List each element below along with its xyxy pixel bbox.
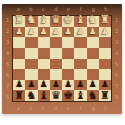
rank-label-right-1: 1 [113, 15, 120, 26]
file-label-bottom-b: b [25, 105, 38, 112]
square-b8[interactable]: ♞ [25, 90, 37, 101]
square-e6[interactable] [62, 69, 74, 80]
square-f2[interactable]: ♟ [74, 27, 86, 38]
square-g3[interactable] [87, 37, 99, 48]
white-rook-piece[interactable]: ♜ [100, 14, 110, 25]
rank-labels-right: 12345678 [113, 15, 120, 102]
chess-set-photo: abcdefgh abcdefgh 12345678 12345678 ♜♞♝♛… [0, 0, 125, 125]
square-b6[interactable] [25, 69, 37, 80]
chess-board: abcdefgh abcdefgh 12345678 12345678 ♜♞♝♛… [2, 4, 122, 114]
white-pawn-piece[interactable]: ♟ [64, 27, 72, 36]
file-label-bottom-c: c [37, 105, 50, 112]
playing-area: ♜♞♝♛♚♝♞♜♟♟♟♟♟♟♟♟♟♟♟♟♟♟♟♟♜♞♝♛♚♝♞♜ [12, 15, 112, 102]
square-a6[interactable] [13, 69, 25, 80]
square-c6[interactable] [38, 69, 50, 80]
rank-label-left-8: 8 [4, 91, 11, 102]
rank-label-right-2: 2 [113, 26, 120, 37]
white-pawn-piece[interactable]: ♟ [89, 27, 97, 36]
rank-labels-left: 12345678 [4, 15, 11, 102]
rank-label-left-5: 5 [4, 59, 11, 70]
square-d5[interactable] [50, 59, 62, 70]
white-knight-piece[interactable]: ♞ [26, 14, 36, 25]
white-pawn-piece[interactable]: ♟ [77, 27, 85, 36]
white-pawn-piece[interactable]: ♟ [101, 27, 109, 36]
white-knight-piece[interactable]: ♞ [88, 14, 98, 25]
file-label-bottom-e: e [62, 105, 75, 112]
black-knight-piece[interactable]: ♞ [88, 90, 98, 101]
rank-label-right-3: 3 [113, 37, 120, 48]
square-d8[interactable]: ♛ [50, 90, 62, 101]
file-label-bottom-a: a [12, 105, 25, 112]
square-h4[interactable] [99, 48, 111, 59]
square-a8[interactable]: ♜ [13, 90, 25, 101]
white-bishop-piece[interactable]: ♝ [39, 14, 49, 25]
black-rook-piece[interactable]: ♜ [100, 90, 110, 101]
black-knight-piece[interactable]: ♞ [26, 90, 36, 101]
square-g6[interactable] [87, 69, 99, 80]
square-b5[interactable] [25, 59, 37, 70]
white-queen-piece[interactable]: ♛ [51, 14, 61, 25]
square-d3[interactable] [50, 37, 62, 48]
rank-label-right-8: 8 [113, 91, 120, 102]
rank-label-left-2: 2 [4, 26, 11, 37]
square-c5[interactable] [38, 59, 50, 70]
square-g2[interactable]: ♟ [87, 27, 99, 38]
file-label-bottom-f: f [75, 105, 88, 112]
square-c8[interactable]: ♝ [38, 90, 50, 101]
file-labels-bottom: abcdefgh [12, 105, 112, 112]
rank-label-left-1: 1 [4, 15, 11, 26]
square-h2[interactable]: ♟ [99, 27, 111, 38]
white-pawn-piece[interactable]: ♟ [52, 27, 60, 36]
file-label-bottom-h: h [100, 105, 113, 112]
rank-label-right-6: 6 [113, 69, 120, 80]
black-queen-piece[interactable]: ♛ [51, 90, 61, 101]
square-e5[interactable] [62, 59, 74, 70]
square-e4[interactable] [62, 48, 74, 59]
white-pawn-piece[interactable]: ♟ [28, 27, 36, 36]
square-f6[interactable] [74, 69, 86, 80]
square-b4[interactable] [25, 48, 37, 59]
square-g5[interactable] [87, 59, 99, 70]
square-e2[interactable]: ♟ [62, 27, 74, 38]
rank-label-left-6: 6 [4, 69, 11, 80]
square-a2[interactable]: ♟ [13, 27, 25, 38]
black-rook-piece[interactable]: ♜ [14, 90, 24, 101]
square-f8[interactable]: ♝ [74, 90, 86, 101]
black-bishop-piece[interactable]: ♝ [39, 90, 49, 101]
square-f3[interactable] [74, 37, 86, 48]
white-pawn-piece[interactable]: ♟ [40, 27, 48, 36]
square-c4[interactable] [38, 48, 50, 59]
square-c3[interactable] [38, 37, 50, 48]
square-e3[interactable] [62, 37, 74, 48]
square-d4[interactable] [50, 48, 62, 59]
rank-label-right-5: 5 [113, 59, 120, 70]
white-pawn-piece[interactable]: ♟ [15, 27, 23, 36]
square-e8[interactable]: ♚ [62, 90, 74, 101]
rank-label-right-4: 4 [113, 48, 120, 59]
square-d6[interactable] [50, 69, 62, 80]
black-king-piece[interactable]: ♚ [63, 90, 73, 101]
square-h5[interactable] [99, 59, 111, 70]
white-bishop-piece[interactable]: ♝ [75, 14, 85, 25]
square-c2[interactable]: ♟ [38, 27, 50, 38]
square-a5[interactable] [13, 59, 25, 70]
square-f5[interactable] [74, 59, 86, 70]
square-a4[interactable] [13, 48, 25, 59]
white-rook-piece[interactable]: ♜ [14, 14, 24, 25]
square-a3[interactable] [13, 37, 25, 48]
square-h8[interactable]: ♜ [99, 90, 111, 101]
rank-label-left-3: 3 [4, 37, 11, 48]
square-d2[interactable]: ♟ [50, 27, 62, 38]
square-b2[interactable]: ♟ [25, 27, 37, 38]
white-king-piece[interactable]: ♚ [63, 14, 73, 25]
square-h6[interactable] [99, 69, 111, 80]
file-label-bottom-g: g [87, 105, 100, 112]
square-b3[interactable] [25, 37, 37, 48]
rank-label-left-7: 7 [4, 80, 11, 91]
black-bishop-piece[interactable]: ♝ [75, 90, 85, 101]
rank-label-left-4: 4 [4, 48, 11, 59]
file-label-bottom-d: d [50, 105, 63, 112]
square-h3[interactable] [99, 37, 111, 48]
square-f4[interactable] [74, 48, 86, 59]
square-g4[interactable] [87, 48, 99, 59]
square-g8[interactable]: ♞ [87, 90, 99, 101]
rank-label-right-7: 7 [113, 80, 120, 91]
